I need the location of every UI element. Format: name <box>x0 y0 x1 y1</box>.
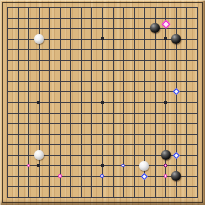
black-stone[interactable] <box>150 23 160 33</box>
star-point <box>164 37 167 40</box>
go-app-window <box>0 0 205 205</box>
dot-marker[interactable] <box>58 174 62 178</box>
intersections-layer[interactable] <box>2 2 203 203</box>
star-point <box>101 164 104 167</box>
star-point <box>101 37 104 40</box>
black-stone[interactable] <box>171 171 181 181</box>
black-stone[interactable] <box>161 150 171 160</box>
white-stone[interactable] <box>34 150 44 160</box>
dot-marker[interactable] <box>121 164 125 168</box>
white-stone[interactable] <box>34 34 44 44</box>
white-stone[interactable] <box>139 161 149 171</box>
go-board[interactable] <box>0 0 205 205</box>
black-stone[interactable] <box>171 34 181 44</box>
dot-marker[interactable] <box>100 174 104 178</box>
dot-marker[interactable] <box>27 164 31 168</box>
diamond-marker[interactable] <box>173 88 179 94</box>
star-point <box>37 164 40 167</box>
star-point <box>164 101 167 104</box>
star-point <box>101 101 104 104</box>
dot-marker[interactable] <box>164 174 168 178</box>
diamond-marker[interactable] <box>141 173 147 179</box>
star-point <box>37 101 40 104</box>
diamond-marker[interactable] <box>173 152 179 158</box>
flower-marker[interactable] <box>161 20 169 28</box>
